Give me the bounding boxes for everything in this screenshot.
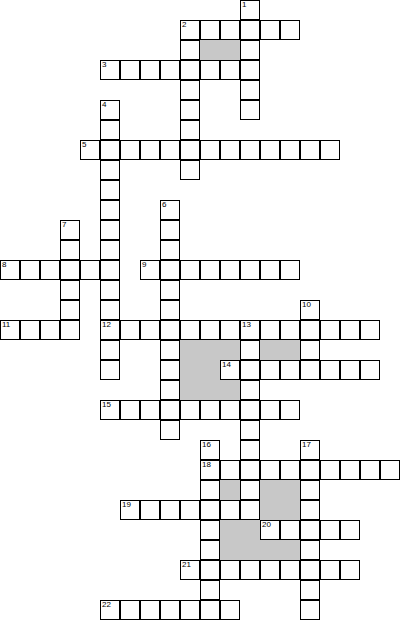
cell-5-15[interactable] [100,300,120,320]
gray-filler-11-19 [220,380,240,400]
cell-19-23[interactable] [380,460,400,480]
cell-11-7[interactable] [220,140,240,160]
gray-filler-11-17 [220,340,240,360]
cell-10-16[interactable] [200,320,220,340]
cell-9-5[interactable] [180,100,200,120]
cell-3-13[interactable] [60,260,80,280]
cell-15-28[interactable] [300,560,320,580]
cell-2-13[interactable] [40,260,60,280]
cell-8-25[interactable] [160,500,180,520]
gray-filler-14-25 [280,500,300,520]
cell-14-18[interactable] [280,360,300,380]
cell-10-27[interactable] [200,540,220,560]
cell-5-18[interactable] [100,360,120,380]
crossword-board: 12345678910111213141516171819202122 [0,0,401,621]
gray-filler-13-25 [260,500,280,520]
cell-15-30[interactable] [300,600,320,620]
cell-7-25[interactable] [140,500,160,520]
cell-9-7[interactable] [180,140,200,160]
cell-15-7[interactable] [300,140,320,160]
cell-13-28[interactable] [260,560,280,580]
cell-16-16[interactable] [320,320,340,340]
cell-12-4[interactable] [240,80,260,100]
cell-14-7[interactable] [280,140,300,160]
cell-12-18[interactable] [240,360,260,380]
cell-11-16[interactable] [220,320,240,340]
cell-13-18[interactable] [260,360,280,380]
cell-15-23[interactable] [300,460,320,480]
cell-7-13[interactable] [140,260,160,280]
cell-8-11[interactable] [160,220,180,240]
cell-14-16[interactable] [280,320,300,340]
cell-0-13[interactable] [0,260,20,280]
cell-4-13[interactable] [80,260,100,280]
cell-18-18[interactable] [360,360,380,380]
cell-14-26[interactable] [280,520,300,540]
gray-filler-10-19 [200,380,220,400]
cell-12-16[interactable] [240,320,260,340]
cell-8-16[interactable] [160,320,180,340]
cell-14-20[interactable] [280,400,300,420]
cell-8-20[interactable] [160,400,180,420]
cell-4-7[interactable] [80,140,100,160]
cell-15-27[interactable] [300,540,320,560]
cell-14-28[interactable] [280,560,300,580]
cell-16-23[interactable] [320,460,340,480]
cell-5-20[interactable] [100,400,120,420]
cell-6-16[interactable] [120,320,140,340]
cell-7-20[interactable] [140,400,160,420]
cell-8-14[interactable] [160,280,180,300]
cell-7-3[interactable] [140,60,160,80]
gray-filler-11-2 [220,40,240,60]
gray-filler-10-17 [200,340,220,360]
cell-5-7[interactable] [100,140,120,160]
cell-15-18[interactable] [300,360,320,380]
cell-10-1[interactable] [200,20,220,40]
cell-15-15[interactable] [300,300,320,320]
cell-12-24[interactable] [240,480,260,500]
cell-13-26[interactable] [260,520,280,540]
cell-15-29[interactable] [300,580,320,600]
cell-6-30[interactable] [120,600,140,620]
cell-6-3[interactable] [120,60,140,80]
cell-12-23[interactable] [240,460,260,480]
cell-15-25[interactable] [300,500,320,520]
cell-18-16[interactable] [360,320,380,340]
cell-7-7[interactable] [140,140,160,160]
cell-15-16[interactable] [300,320,320,340]
cell-10-22[interactable] [200,440,220,460]
cell-10-24[interactable] [200,480,220,500]
cell-14-13[interactable] [280,260,300,280]
cell-9-30[interactable] [180,600,200,620]
cell-12-28[interactable] [240,560,260,580]
cell-12-7[interactable] [240,140,260,160]
cell-7-30[interactable] [140,600,160,620]
gray-filler-10-18 [200,360,220,380]
cell-8-3[interactable] [160,60,180,80]
cell-13-13[interactable] [260,260,280,280]
cell-11-30[interactable] [220,600,240,620]
cell-8-10[interactable] [160,200,180,220]
cell-9-1[interactable] [180,20,200,40]
cell-17-23[interactable] [340,460,360,480]
cell-5-13[interactable] [100,260,120,280]
cell-13-20[interactable] [260,400,280,420]
cell-10-25[interactable] [200,500,220,520]
cell-11-18[interactable] [220,360,240,380]
cell-5-11[interactable] [100,220,120,240]
cell-8-21[interactable] [160,420,180,440]
cell-5-6[interactable] [100,120,120,140]
cell-13-1[interactable] [260,20,280,40]
cell-5-10[interactable] [100,200,120,220]
cell-15-26[interactable] [300,520,320,540]
gray-filler-14-24 [280,480,300,500]
cell-12-17[interactable] [240,340,260,360]
cell-16-7[interactable] [320,140,340,160]
cell-11-13[interactable] [220,260,240,280]
cell-9-2[interactable] [180,40,200,60]
cell-1-16[interactable] [20,320,40,340]
cell-11-1[interactable] [220,20,240,40]
cell-12-21[interactable] [240,420,260,440]
cell-12-25[interactable] [240,500,260,520]
cell-1-13[interactable] [20,260,40,280]
gray-filler-9-18 [180,360,200,380]
gray-filler-9-19 [180,380,200,400]
cell-9-6[interactable] [180,120,200,140]
cell-18-23[interactable] [360,460,380,480]
cell-16-18[interactable] [320,360,340,380]
cell-11-25[interactable] [220,500,240,520]
cell-14-23[interactable] [280,460,300,480]
gray-filler-14-27 [280,540,300,560]
cell-5-17[interactable] [100,340,120,360]
cell-11-20[interactable] [220,400,240,420]
cell-12-3[interactable] [240,60,260,80]
cell-5-5[interactable] [100,100,120,120]
cell-9-16[interactable] [180,320,200,340]
cell-15-17[interactable] [300,340,320,360]
cell-17-18[interactable] [340,360,360,380]
cell-12-5[interactable] [240,100,260,120]
cell-12-19[interactable] [240,380,260,400]
gray-filler-13-17 [260,340,280,360]
gray-filler-9-17 [180,340,200,360]
gray-filler-13-24 [260,480,280,500]
cell-3-16[interactable] [60,320,80,340]
cell-8-17[interactable] [160,340,180,360]
cell-8-30[interactable] [160,600,180,620]
cell-8-7[interactable] [160,140,180,160]
cell-9-13[interactable] [180,260,200,280]
cell-12-2[interactable] [240,40,260,60]
cell-5-30[interactable] [100,600,120,620]
cell-13-23[interactable] [260,460,280,480]
cell-8-12[interactable] [160,240,180,260]
gray-filler-12-27 [240,540,260,560]
gray-filler-14-17 [280,340,300,360]
cell-5-16[interactable] [100,320,120,340]
gray-filler-12-26 [240,520,260,540]
cell-14-1[interactable] [280,20,300,40]
cell-12-13[interactable] [240,260,260,280]
cell-6-20[interactable] [120,400,140,420]
cell-11-3[interactable] [220,60,240,80]
cell-0-16[interactable] [0,320,20,340]
crossword-page: 12345678910111213141516171819202122 [0,0,401,621]
cell-9-4[interactable] [180,80,200,100]
cell-12-1[interactable] [240,20,260,40]
cell-15-24[interactable] [300,480,320,500]
cell-10-20[interactable] [200,400,220,420]
cell-3-14[interactable] [60,280,80,300]
cell-17-28[interactable] [340,560,360,580]
cell-6-25[interactable] [120,500,140,520]
cell-10-13[interactable] [200,260,220,280]
cell-2-16[interactable] [40,320,60,340]
cell-10-30[interactable] [200,600,220,620]
gray-filler-13-27 [260,540,280,560]
cell-10-26[interactable] [200,520,220,540]
cell-10-23[interactable] [200,460,220,480]
cell-9-3[interactable] [180,60,200,80]
cell-6-7[interactable] [120,140,140,160]
gray-filler-11-24 [220,480,240,500]
cell-8-15[interactable] [160,300,180,320]
cell-3-11[interactable] [60,220,80,240]
cell-8-13[interactable] [160,260,180,280]
cell-9-20[interactable] [180,400,200,420]
gray-filler-10-2 [200,40,220,60]
cell-16-28[interactable] [320,560,340,580]
cell-5-12[interactable] [100,240,120,260]
cell-13-7[interactable] [260,140,280,160]
cell-9-8[interactable] [180,160,200,180]
cell-17-16[interactable] [340,320,360,340]
cell-9-25[interactable] [180,500,200,520]
cell-12-22[interactable] [240,440,260,460]
cell-5-14[interactable] [100,280,120,300]
cell-5-9[interactable] [100,180,120,200]
cell-8-19[interactable] [160,380,180,400]
cell-3-15[interactable] [60,300,80,320]
cell-11-23[interactable] [220,460,240,480]
cell-11-28[interactable] [220,560,240,580]
cell-10-3[interactable] [200,60,220,80]
gray-filler-11-27 [220,540,240,560]
gray-filler-11-26 [220,520,240,540]
cell-8-18[interactable] [160,360,180,380]
cell-5-3[interactable] [100,60,120,80]
cell-12-0[interactable] [240,0,260,20]
cell-10-29[interactable] [200,580,220,600]
cell-10-7[interactable] [200,140,220,160]
cell-9-28[interactable] [180,560,200,580]
cell-3-12[interactable] [60,240,80,260]
cell-12-20[interactable] [240,400,260,420]
cell-15-22[interactable] [300,440,320,460]
cell-17-26[interactable] [340,520,360,540]
cell-10-28[interactable] [200,560,220,580]
cell-7-16[interactable] [140,320,160,340]
cell-13-16[interactable] [260,320,280,340]
cell-5-8[interactable] [100,160,120,180]
cell-16-26[interactable] [320,520,340,540]
